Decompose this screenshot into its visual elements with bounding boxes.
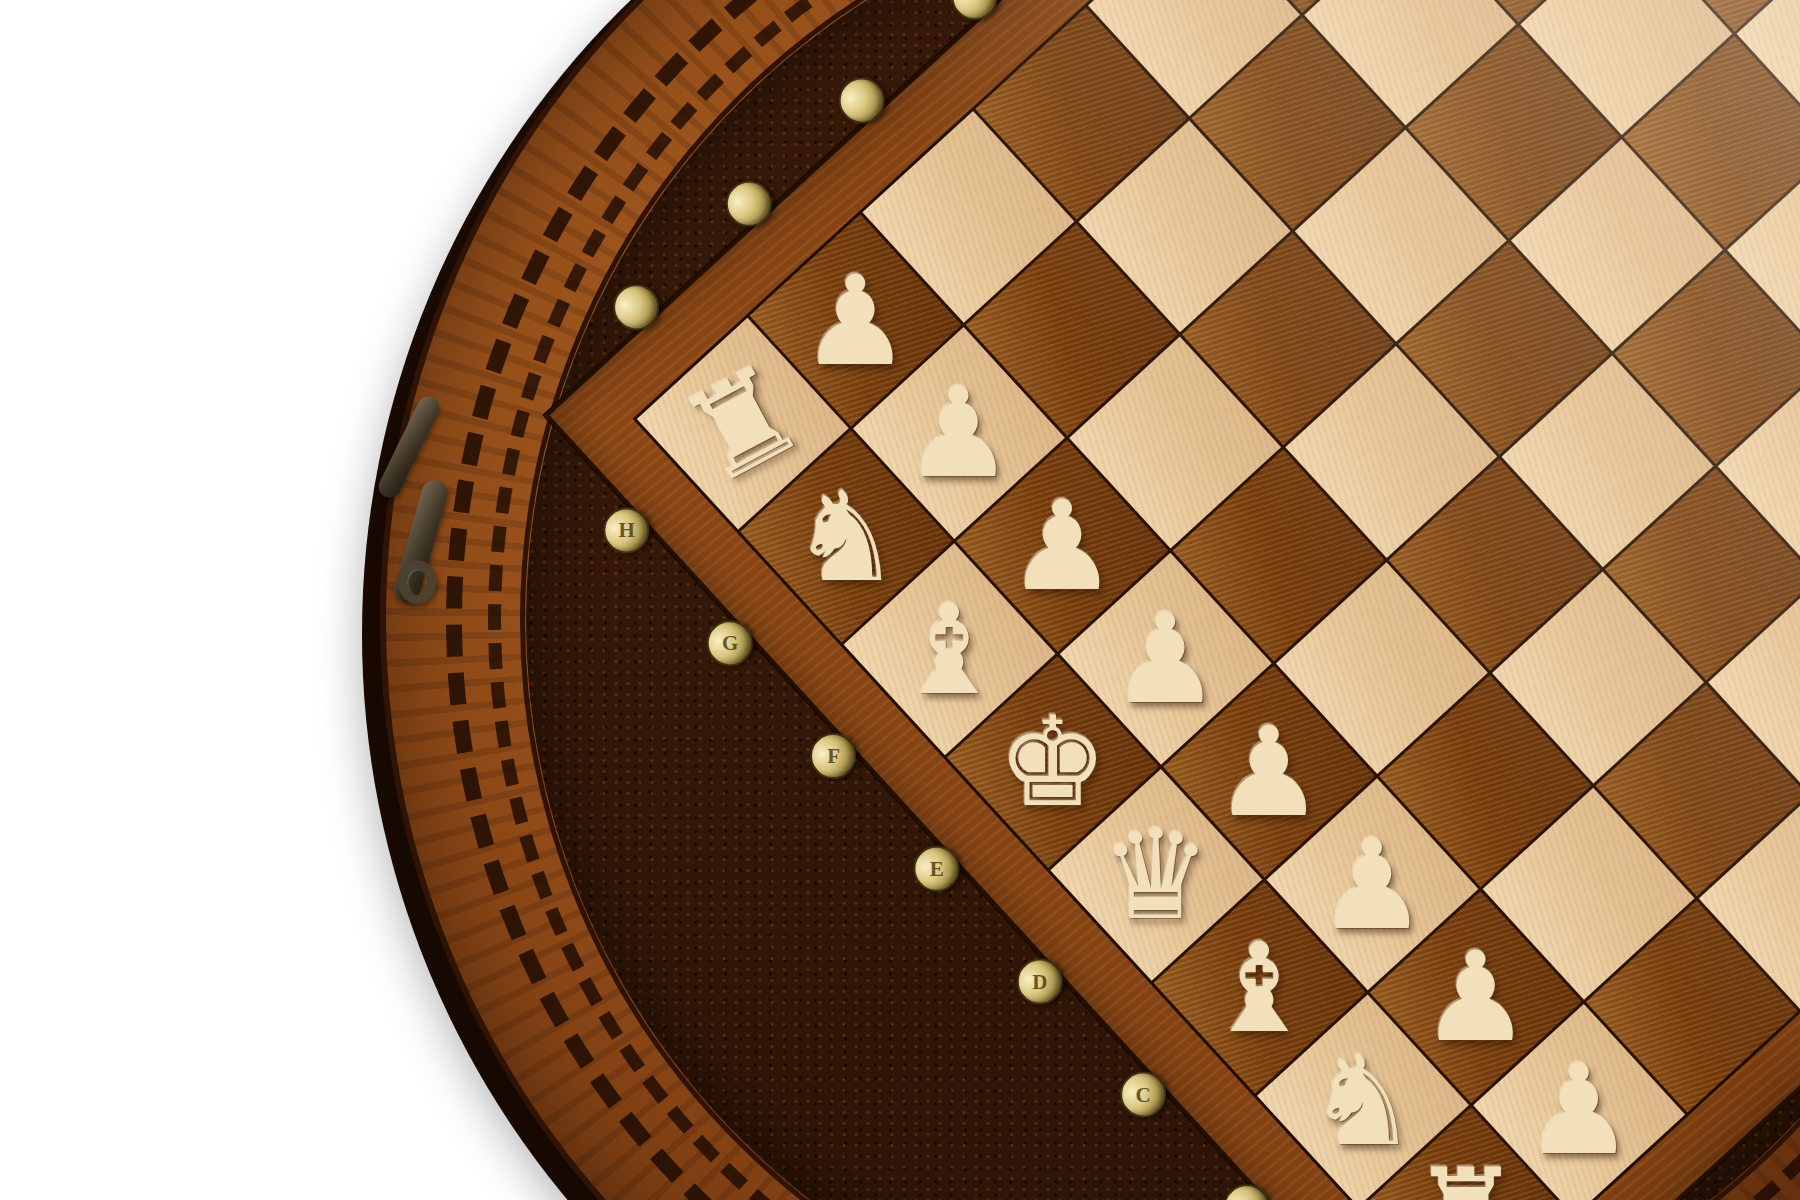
piece-wK-e1: ♚ [997,700,1108,824]
piece-wP-d2: ♟ [1213,709,1324,833]
piece-wP-a2: ♟ [1524,1048,1635,1172]
file-stud-letter-g: G [722,631,738,656]
file-stud-letter-e: E [929,856,943,881]
file-stud-letter-f: F [827,743,840,768]
file-stud-letter-h: H [618,518,634,543]
piece-wB-f1: ♝ [894,587,1005,711]
piece-wB-c1: ♝ [1204,926,1315,1050]
piece-wP-e2: ♟ [1110,597,1221,721]
piece-wP-g2: ♟ [903,371,1014,495]
file-stud-letter-c: C [1136,1082,1151,1107]
photo-scene: ♜♟♞♟♝♟♚♟♛♟♝♟♞♟♜♟ HGFEDCBA [0,0,1800,1200]
piece-wP-h2: ♟ [800,258,911,382]
file-stud-letter-d: D [1032,969,1047,994]
piece-wP-f2: ♟ [1007,484,1118,608]
file-stud-letter-b: B [1239,1195,1253,1200]
piece-wN-g1: ♞ [791,474,902,598]
piece-wR-a1: ♜ [1411,1151,1522,1200]
metal-clasp-ring [398,560,436,604]
piece-wQ-d1: ♛ [1101,813,1212,937]
piece-wN-b1: ♞ [1307,1038,1418,1162]
piece-wP-c2: ♟ [1317,822,1428,946]
piece-wP-b2: ♟ [1420,935,1531,1059]
